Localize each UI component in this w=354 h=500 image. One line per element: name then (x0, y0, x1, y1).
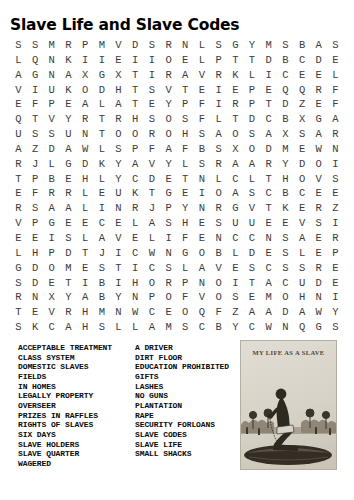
grid-cell[interactable]: C (93, 216, 110, 231)
grid-cell[interactable]: E (10, 231, 27, 246)
grid-cell[interactable]: C (260, 261, 277, 276)
grid-cell[interactable]: G (43, 216, 60, 231)
grid-cell[interactable]: A (10, 68, 27, 83)
grid-cell[interactable]: E (43, 276, 60, 291)
grid-cell[interactable]: S (177, 320, 194, 335)
grid-cell[interactable]: T (127, 97, 144, 112)
grid-cell[interactable]: D (310, 53, 327, 68)
grid-cell[interactable]: R (110, 112, 127, 127)
grid-cell[interactable]: P (43, 246, 60, 261)
grid-cell[interactable]: D (93, 83, 110, 98)
grid-cell[interactable]: L (93, 142, 110, 157)
grid-cell[interactable]: E (327, 276, 344, 291)
grid-cell[interactable]: C (194, 320, 211, 335)
grid-cell[interactable]: L (77, 201, 94, 216)
grid-cell[interactable]: A (60, 320, 77, 335)
grid-cell[interactable]: U (110, 186, 127, 201)
grid-cell[interactable]: C (144, 305, 161, 320)
grid-cell[interactable]: H (177, 216, 194, 231)
grid-cell[interactable]: Q (27, 53, 44, 68)
grid-cell[interactable]: L (77, 186, 94, 201)
grid-cell[interactable]: E (10, 97, 27, 112)
grid-cell[interactable]: V (10, 216, 27, 231)
grid-cell[interactable]: Z (327, 201, 344, 216)
grid-cell[interactable]: A (93, 231, 110, 246)
grid-cell[interactable]: T (244, 53, 261, 68)
grid-cell[interactable]: O (127, 127, 144, 142)
grid-cell[interactable]: A (194, 261, 211, 276)
grid-cell[interactable]: F (210, 305, 227, 320)
grid-cell[interactable]: E (77, 216, 94, 231)
grid-cell[interactable]: N (194, 201, 211, 216)
grid-cell[interactable]: K (60, 53, 77, 68)
grid-cell[interactable]: L (110, 320, 127, 335)
grid-cell[interactable]: L (177, 261, 194, 276)
grid-cell[interactable]: D (144, 172, 161, 187)
grid-cell[interactable]: N (260, 231, 277, 246)
grid-cell[interactable]: A (310, 127, 327, 142)
grid-cell[interactable]: F (27, 97, 44, 112)
grid-cell[interactable]: I (227, 276, 244, 291)
grid-cell[interactable]: I (77, 53, 94, 68)
grid-cell[interactable]: A (244, 305, 261, 320)
grid-cell[interactable]: E (260, 83, 277, 98)
grid-cell[interactable]: S (93, 261, 110, 276)
grid-cell[interactable]: R (160, 68, 177, 83)
grid-cell[interactable]: A (327, 112, 344, 127)
grid-cell[interactable]: O (210, 290, 227, 305)
grid-cell[interactable]: I (210, 83, 227, 98)
grid-cell[interactable]: I (144, 53, 161, 68)
grid-cell[interactable]: B (93, 290, 110, 305)
grid-cell[interactable]: B (294, 38, 311, 53)
grid-cell[interactable]: D (277, 305, 294, 320)
grid-cell[interactable]: O (210, 276, 227, 291)
grid-cell[interactable]: S (277, 231, 294, 246)
grid-cell[interactable]: L (194, 53, 211, 68)
grid-cell[interactable]: E (227, 261, 244, 276)
grid-cell[interactable]: G (227, 38, 244, 53)
grid-cell[interactable]: J (144, 201, 161, 216)
grid-cell[interactable]: N (127, 290, 144, 305)
grid-cell[interactable]: R (210, 157, 227, 172)
grid-cell[interactable]: Y (277, 157, 294, 172)
grid-cell[interactable]: S (160, 261, 177, 276)
grid-cell[interactable]: H (77, 305, 94, 320)
grid-cell[interactable]: D (27, 261, 44, 276)
grid-cell[interactable]: S (93, 320, 110, 335)
grid-cell[interactable]: O (43, 261, 60, 276)
grid-cell[interactable]: H (27, 246, 44, 261)
grid-cell[interactable]: K (277, 201, 294, 216)
grid-cell[interactable]: X (77, 68, 94, 83)
grid-cell[interactable]: O (160, 127, 177, 142)
grid-cell[interactable]: N (194, 276, 211, 291)
grid-cell[interactable]: S (227, 290, 244, 305)
grid-cell[interactable]: Q (10, 112, 27, 127)
grid-cell[interactable]: R (144, 127, 161, 142)
grid-cell[interactable]: Q (194, 305, 211, 320)
grid-cell[interactable]: T (93, 112, 110, 127)
grid-cell[interactable]: G (310, 112, 327, 127)
grid-cell[interactable]: M (93, 38, 110, 53)
grid-cell[interactable]: P (327, 246, 344, 261)
grid-cell[interactable]: A (60, 201, 77, 216)
grid-cell[interactable]: H (77, 320, 94, 335)
grid-cell[interactable]: A (260, 276, 277, 291)
grid-cell[interactable]: E (294, 142, 311, 157)
grid-cell[interactable]: S (310, 216, 327, 231)
grid-cell[interactable]: R (43, 186, 60, 201)
grid-cell[interactable]: S (110, 142, 127, 157)
grid-cell[interactable]: H (77, 172, 94, 187)
grid-cell[interactable]: M (60, 261, 77, 276)
grid-cell[interactable]: Z (227, 305, 244, 320)
grid-cell[interactable]: P (177, 97, 194, 112)
grid-cell[interactable]: O (294, 172, 311, 187)
grid-cell[interactable]: N (277, 320, 294, 335)
grid-cell[interactable]: O (244, 142, 261, 157)
grid-cell[interactable]: T (244, 276, 261, 291)
grid-cell[interactable]: I (260, 68, 277, 83)
grid-cell[interactable]: D (310, 276, 327, 291)
grid-cell[interactable]: R (310, 201, 327, 216)
grid-cell[interactable]: V (43, 305, 60, 320)
grid-cell[interactable]: G (227, 201, 244, 216)
grid-cell[interactable]: G (27, 68, 44, 83)
grid-cell[interactable]: P (27, 172, 44, 187)
grid-cell[interactable]: T (144, 186, 161, 201)
grid-cell[interactable]: T (177, 83, 194, 98)
grid-cell[interactable]: F (177, 142, 194, 157)
grid-cell[interactable]: E (277, 216, 294, 231)
grid-cell[interactable]: G (177, 246, 194, 261)
grid-cell[interactable]: R (210, 68, 227, 83)
grid-cell[interactable]: R (60, 38, 77, 53)
grid-cell[interactable]: U (244, 216, 261, 231)
grid-cell[interactable]: E (310, 97, 327, 112)
grid-cell[interactable]: H (127, 112, 144, 127)
grid-cell[interactable]: R (60, 305, 77, 320)
grid-cell[interactable]: E (144, 97, 161, 112)
grid-cell[interactable]: M (260, 38, 277, 53)
grid-cell[interactable]: L (10, 53, 27, 68)
grid-cell[interactable]: E (327, 53, 344, 68)
grid-cell[interactable]: Y (327, 305, 344, 320)
grid-cell[interactable]: C (127, 172, 144, 187)
grid-cell[interactable]: S (27, 201, 44, 216)
grid-cell[interactable]: R (77, 112, 94, 127)
grid-cell[interactable]: E (110, 53, 127, 68)
grid-cell[interactable]: E (160, 172, 177, 187)
grid-cell[interactable]: R (10, 157, 27, 172)
grid-cell[interactable]: K (93, 157, 110, 172)
grid-cell[interactable]: D (27, 276, 44, 291)
grid-cell[interactable]: P (127, 142, 144, 157)
grid-cell[interactable]: N (310, 290, 327, 305)
grid-cell[interactable]: R (160, 276, 177, 291)
grid-cell[interactable]: Y (160, 97, 177, 112)
grid-cell[interactable]: E (310, 68, 327, 83)
grid-cell[interactable]: A (43, 201, 60, 216)
grid-cell[interactable]: N (43, 68, 60, 83)
grid-cell[interactable]: M (93, 305, 110, 320)
grid-cell[interactable]: S (194, 127, 211, 142)
grid-cell[interactable]: R (327, 231, 344, 246)
grid-cell[interactable]: E (327, 186, 344, 201)
grid-cell[interactable]: M (160, 320, 177, 335)
grid-cell[interactable]: V (43, 112, 60, 127)
grid-cell[interactable]: E (77, 261, 94, 276)
grid-cell[interactable]: P (177, 276, 194, 291)
grid-cell[interactable]: F (144, 142, 161, 157)
grid-cell[interactable]: L (144, 231, 161, 246)
grid-cell[interactable]: L (210, 112, 227, 127)
grid-cell[interactable]: V (10, 83, 27, 98)
grid-cell[interactable]: T (110, 261, 127, 276)
grid-cell[interactable]: V (194, 290, 211, 305)
grid-cell[interactable]: A (127, 157, 144, 172)
grid-cell[interactable]: E (10, 186, 27, 201)
grid-cell[interactable]: U (43, 83, 60, 98)
grid-cell[interactable]: O (144, 276, 161, 291)
grid-cell[interactable]: Y (160, 157, 177, 172)
grid-cell[interactable]: T (127, 83, 144, 98)
grid-cell[interactable]: E (160, 305, 177, 320)
grid-cell[interactable]: A (144, 216, 161, 231)
grid-cell[interactable]: O (110, 127, 127, 142)
grid-cell[interactable]: E (60, 97, 77, 112)
grid-cell[interactable]: A (160, 142, 177, 157)
grid-cell[interactable]: S (210, 216, 227, 231)
grid-cell[interactable]: I (210, 97, 227, 112)
grid-cell[interactable]: C (227, 231, 244, 246)
grid-cell[interactable]: O (227, 127, 244, 142)
grid-cell[interactable]: L (294, 246, 311, 261)
grid-cell[interactable]: K (60, 83, 77, 98)
grid-cell[interactable]: F (27, 186, 44, 201)
grid-cell[interactable]: G (60, 157, 77, 172)
grid-cell[interactable]: T (127, 68, 144, 83)
grid-cell[interactable]: O (77, 83, 94, 98)
grid-cell[interactable]: C (244, 231, 261, 246)
grid-cell[interactable]: V (160, 83, 177, 98)
grid-cell[interactable]: D (260, 53, 277, 68)
grid-cell[interactable]: E (194, 231, 211, 246)
grid-cell[interactable]: N (43, 53, 60, 68)
grid-cell[interactable]: P (244, 83, 261, 98)
grid-cell[interactable]: J (93, 246, 110, 261)
grid-cell[interactable]: G (310, 320, 327, 335)
grid-cell[interactable]: L (327, 68, 344, 83)
grid-cell[interactable]: C (260, 112, 277, 127)
grid-cell[interactable]: I (27, 83, 44, 98)
grid-cell[interactable]: L (194, 38, 211, 53)
grid-cell[interactable]: N (110, 201, 127, 216)
grid-cell[interactable]: E (27, 305, 44, 320)
grid-cell[interactable]: T (60, 276, 77, 291)
grid-cell[interactable]: P (160, 201, 177, 216)
grid-cell[interactable]: T (260, 97, 277, 112)
grid-cell[interactable]: S (60, 231, 77, 246)
grid-cell[interactable]: B (210, 246, 227, 261)
grid-cell[interactable]: I (110, 276, 127, 291)
grid-cell[interactable]: G (93, 68, 110, 83)
grid-cell[interactable]: V (110, 38, 127, 53)
grid-cell[interactable]: S (244, 186, 261, 201)
grid-cell[interactable]: I (43, 231, 60, 246)
grid-cell[interactable]: L (77, 231, 94, 246)
grid-cell[interactable]: A (60, 68, 77, 83)
grid-cell[interactable]: R (227, 97, 244, 112)
grid-cell[interactable]: E (60, 216, 77, 231)
grid-cell[interactable]: I (127, 261, 144, 276)
grid-cell[interactable]: A (177, 68, 194, 83)
grid-cell[interactable]: W (310, 142, 327, 157)
grid-cell[interactable]: V (194, 68, 211, 83)
grid-cell[interactable]: H (110, 83, 127, 98)
grid-cell[interactable]: W (77, 142, 94, 157)
grid-cell[interactable]: Q (294, 83, 311, 98)
grid-cell[interactable]: S (43, 127, 60, 142)
grid-cell[interactable]: A (77, 290, 94, 305)
grid-cell[interactable]: Y (177, 201, 194, 216)
grid-cell[interactable]: I (327, 157, 344, 172)
grid-cell[interactable]: A (227, 157, 244, 172)
grid-cell[interactable]: E (260, 246, 277, 261)
grid-cell[interactable]: L (210, 172, 227, 187)
grid-cell[interactable]: J (27, 157, 44, 172)
grid-cell[interactable]: S (27, 127, 44, 142)
grid-cell[interactable]: R (10, 290, 27, 305)
grid-cell[interactable]: R (327, 127, 344, 142)
grid-cell[interactable]: O (194, 246, 211, 261)
grid-cell[interactable]: I (93, 201, 110, 216)
grid-cell[interactable]: S (144, 83, 161, 98)
grid-cell[interactable]: X (294, 112, 311, 127)
grid-cell[interactable]: L (244, 172, 261, 187)
grid-cell[interactable]: P (77, 38, 94, 53)
grid-cell[interactable]: S (244, 261, 261, 276)
grid-cell[interactable]: N (160, 246, 177, 261)
grid-cell[interactable]: S (327, 38, 344, 53)
grid-cell[interactable]: N (210, 231, 227, 246)
grid-cell[interactable]: U (10, 127, 27, 142)
grid-cell[interactable]: A (244, 157, 261, 172)
grid-cell[interactable]: Y (244, 38, 261, 53)
grid-cell[interactable]: T (227, 112, 244, 127)
grid-cell[interactable]: T (27, 112, 44, 127)
grid-cell[interactable]: S (160, 216, 177, 231)
grid-cell[interactable]: B (93, 276, 110, 291)
grid-cell[interactable]: T (260, 172, 277, 187)
grid-cell[interactable]: Z (27, 142, 44, 157)
grid-cell[interactable]: G (160, 186, 177, 201)
grid-cell[interactable]: R (310, 261, 327, 276)
grid-cell[interactable]: E (194, 216, 211, 231)
grid-cell[interactable]: N (77, 127, 94, 142)
grid-cell[interactable]: C (294, 186, 311, 201)
grid-cell[interactable]: E (260, 216, 277, 231)
grid-cell[interactable]: G (10, 261, 27, 276)
grid-cell[interactable]: I (93, 53, 110, 68)
grid-cell[interactable]: D (43, 142, 60, 157)
grid-cell[interactable]: D (277, 97, 294, 112)
grid-cell[interactable]: B (277, 53, 294, 68)
grid-cell[interactable]: V (294, 216, 311, 231)
grid-cell[interactable]: F (327, 83, 344, 98)
grid-cell[interactable]: Q (294, 320, 311, 335)
grid-cell[interactable]: R (310, 83, 327, 98)
grid-cell[interactable]: A (294, 231, 311, 246)
grid-cell[interactable]: R (60, 186, 77, 201)
grid-cell[interactable]: L (93, 172, 110, 187)
grid-cell[interactable]: Q (277, 83, 294, 98)
grid-cell[interactable]: V (310, 172, 327, 187)
grid-cell[interactable]: L (93, 97, 110, 112)
grid-cell[interactable]: L (244, 68, 261, 83)
grid-cell[interactable]: P (43, 97, 60, 112)
grid-cell[interactable]: H (277, 172, 294, 187)
grid-cell[interactable]: S (294, 261, 311, 276)
grid-cell[interactable]: C (260, 186, 277, 201)
grid-cell[interactable]: C (127, 246, 144, 261)
grid-cell[interactable]: B (43, 172, 60, 187)
grid-cell[interactable]: B (194, 142, 211, 157)
grid-cell[interactable]: D (127, 38, 144, 53)
grid-cell[interactable]: Y (227, 320, 244, 335)
grid-cell[interactable]: S (144, 38, 161, 53)
grid-cell[interactable]: L (127, 216, 144, 231)
grid-cell[interactable]: N (27, 290, 44, 305)
grid-cell[interactable]: H (294, 290, 311, 305)
grid-cell[interactable]: P (244, 97, 261, 112)
grid-cell[interactable]: X (110, 68, 127, 83)
grid-cell[interactable]: A (144, 320, 161, 335)
grid-cell[interactable]: Y (110, 290, 127, 305)
grid-cell[interactable]: C (227, 172, 244, 187)
grid-cell[interactable]: F (177, 290, 194, 305)
grid-cell[interactable]: E (177, 53, 194, 68)
grid-cell[interactable]: A (60, 142, 77, 157)
grid-cell[interactable]: E (110, 216, 127, 231)
grid-cell[interactable]: O (310, 157, 327, 172)
grid-cell[interactable]: N (110, 305, 127, 320)
grid-cell[interactable]: E (27, 231, 44, 246)
grid-cell[interactable]: I (144, 68, 161, 83)
grid-cell[interactable]: F (327, 97, 344, 112)
grid-cell[interactable]: S (177, 112, 194, 127)
grid-cell[interactable]: E (60, 172, 77, 187)
grid-cell[interactable]: T (227, 53, 244, 68)
grid-cell[interactable]: L (127, 320, 144, 335)
grid-cell[interactable]: F (194, 97, 211, 112)
grid-cell[interactable]: V (244, 201, 261, 216)
grid-cell[interactable]: Y (60, 290, 77, 305)
grid-cell[interactable]: N (327, 142, 344, 157)
grid-cell[interactable]: D (244, 112, 261, 127)
grid-cell[interactable]: Y (110, 172, 127, 187)
grid-cell[interactable]: C (277, 276, 294, 291)
grid-cell[interactable]: X (277, 127, 294, 142)
grid-cell[interactable]: I (327, 290, 344, 305)
grid-cell[interactable]: T (77, 246, 94, 261)
grid-cell[interactable]: V (144, 157, 161, 172)
grid-cell[interactable]: N (177, 38, 194, 53)
grid-cell[interactable]: S (10, 276, 27, 291)
grid-cell[interactable]: W (127, 305, 144, 320)
grid-cell[interactable]: S (144, 112, 161, 127)
